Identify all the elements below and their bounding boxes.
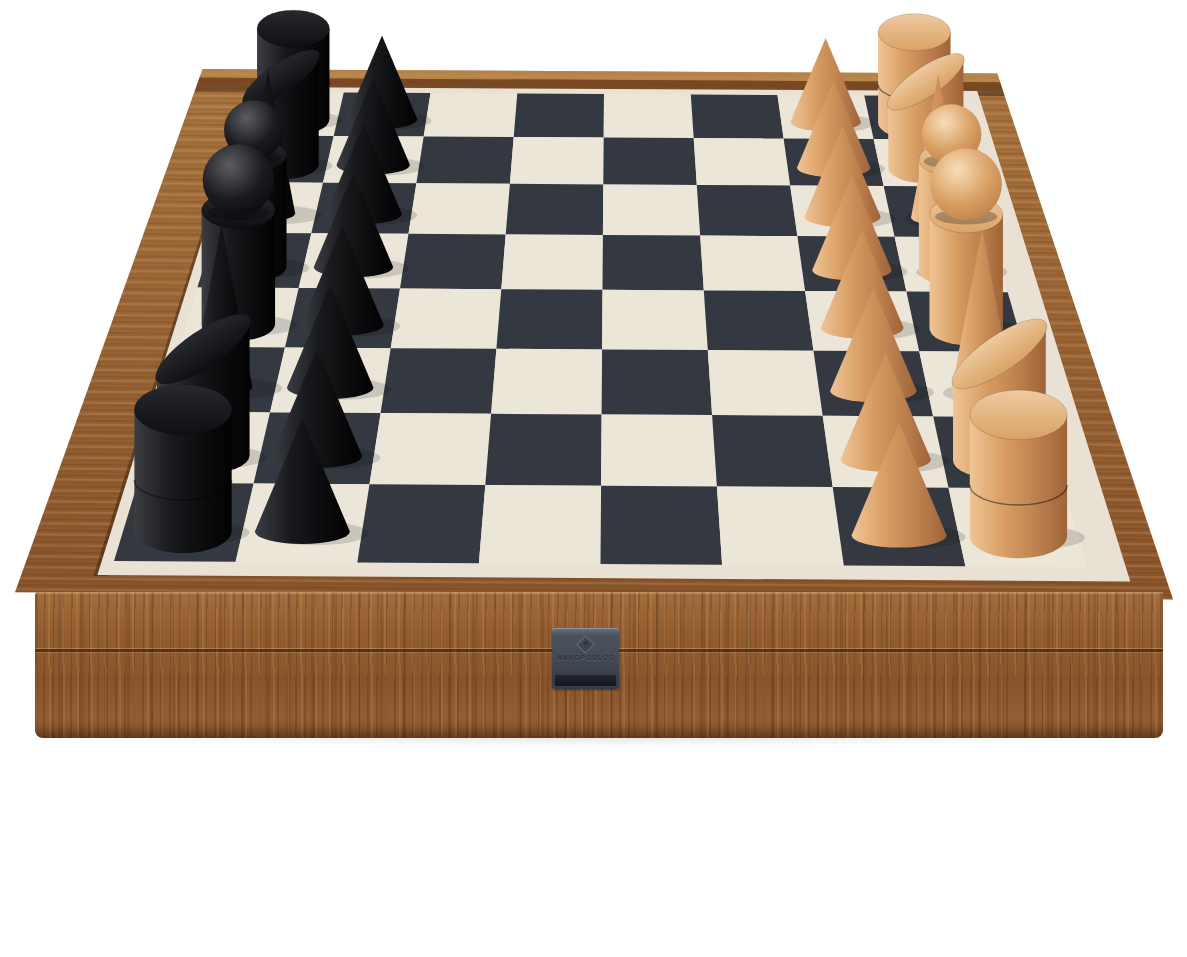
square-f5 [491, 349, 602, 415]
product-photo-scene: MANOPOULOS [0, 0, 1187, 957]
square-a4 [604, 94, 694, 138]
square-b3 [694, 138, 791, 186]
floor-shadow [30, 737, 1165, 747]
square-b5 [510, 137, 604, 184]
square-h4 [601, 486, 723, 565]
square-g6 [370, 413, 492, 485]
chess-board-svg [0, 0, 1187, 957]
square-c6 [409, 183, 510, 234]
square-g4 [601, 415, 717, 487]
square-e6 [391, 289, 502, 349]
square-a6 [424, 93, 518, 137]
square-f3 [708, 350, 823, 416]
square-f6 [381, 348, 497, 414]
square-c5 [506, 184, 604, 235]
square-e5 [496, 289, 602, 349]
clasp-latch-plate [555, 675, 616, 686]
square-b4 [603, 138, 697, 185]
square-b6 [416, 137, 513, 184]
manopoulos-logo-icon [576, 635, 594, 653]
box-front-top-edge [35, 592, 1163, 595]
square-d4 [603, 235, 704, 290]
square-f4 [602, 349, 713, 415]
square-h6 [357, 484, 485, 563]
square-h5 [479, 485, 601, 564]
square-a5 [514, 94, 604, 138]
square-d3 [700, 236, 805, 291]
clasp-brand-text: MANOPOULOS [552, 654, 619, 661]
square-d6 [400, 234, 506, 289]
square-a3 [691, 95, 784, 139]
square-d5 [501, 234, 603, 289]
square-c4 [603, 184, 700, 235]
box-bottom-shade [35, 726, 1163, 738]
box-clasp: MANOPOULOS [552, 628, 619, 689]
square-c3 [697, 185, 798, 236]
square-g5 [485, 414, 601, 486]
square-e4 [602, 290, 708, 350]
square-e3 [704, 290, 814, 350]
square-h3 [717, 486, 844, 565]
square-g3 [712, 415, 833, 487]
